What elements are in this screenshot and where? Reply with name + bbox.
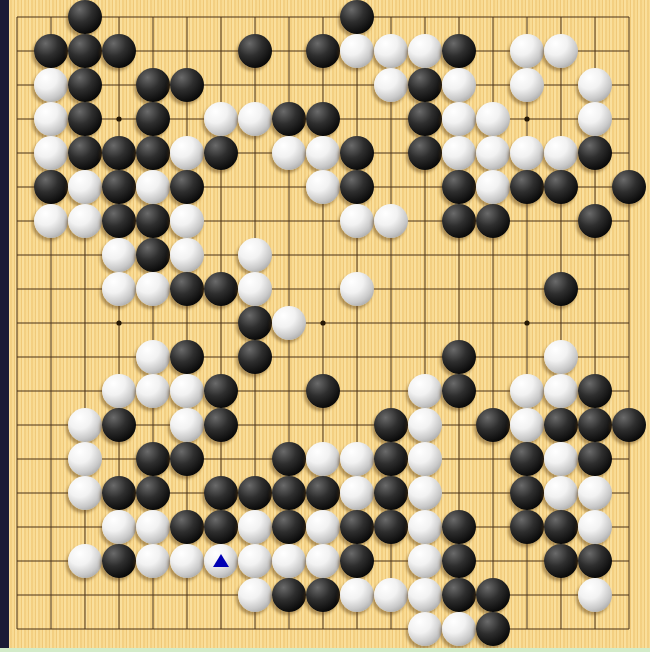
stone-black[interactable]: [544, 170, 578, 204]
stone-black[interactable]: [578, 544, 612, 578]
stone-white[interactable]: [68, 476, 102, 510]
stone-white[interactable]: [68, 544, 102, 578]
stone-black[interactable]: [272, 442, 306, 476]
stone-black[interactable]: [408, 68, 442, 102]
stone-white[interactable]: [238, 102, 272, 136]
stone-black[interactable]: [102, 34, 136, 68]
stone-black[interactable]: [102, 408, 136, 442]
stone-white[interactable]: [68, 408, 102, 442]
stone-black[interactable]: [374, 442, 408, 476]
stone-white[interactable]: [272, 544, 306, 578]
stone-white[interactable]: [442, 68, 476, 102]
stone-black[interactable]: [34, 34, 68, 68]
stone-black[interactable]: [204, 408, 238, 442]
last-move-triangle-marker: [213, 554, 229, 567]
stone-white[interactable]: [408, 408, 442, 442]
stone-white[interactable]: [340, 442, 374, 476]
stone-black[interactable]: [68, 68, 102, 102]
stone-white[interactable]: [306, 442, 340, 476]
stone-black[interactable]: [170, 340, 204, 374]
stone-black[interactable]: [102, 204, 136, 238]
stone-white[interactable]: [272, 136, 306, 170]
stone-white[interactable]: [578, 476, 612, 510]
stone-white[interactable]: [510, 374, 544, 408]
stone-white[interactable]: [544, 374, 578, 408]
stone-white[interactable]: [170, 408, 204, 442]
stone-black[interactable]: [204, 272, 238, 306]
stone-white[interactable]: [340, 204, 374, 238]
stone-white[interactable]: [136, 510, 170, 544]
stone-black[interactable]: [442, 170, 476, 204]
stone-black[interactable]: [476, 578, 510, 612]
stone-white[interactable]: [272, 306, 306, 340]
stone-white[interactable]: [306, 510, 340, 544]
stone-white[interactable]: [408, 544, 442, 578]
stone-black[interactable]: [442, 510, 476, 544]
stone-black[interactable]: [170, 442, 204, 476]
stone-white[interactable]: [34, 204, 68, 238]
stone-black[interactable]: [578, 136, 612, 170]
stone-black[interactable]: [510, 442, 544, 476]
stone-white[interactable]: [442, 136, 476, 170]
stone-white[interactable]: [102, 238, 136, 272]
stone-white[interactable]: [408, 442, 442, 476]
stone-white[interactable]: [136, 170, 170, 204]
stone-black[interactable]: [374, 476, 408, 510]
stone-white[interactable]: [102, 510, 136, 544]
stone-white[interactable]: [476, 102, 510, 136]
stone-black[interactable]: [408, 102, 442, 136]
stone-black[interactable]: [204, 510, 238, 544]
stone-white[interactable]: [374, 34, 408, 68]
stone-white[interactable]: [442, 612, 476, 646]
stone-black[interactable]: [578, 408, 612, 442]
stone-black[interactable]: [272, 476, 306, 510]
stone-white[interactable]: [578, 68, 612, 102]
stone-white[interactable]: [170, 544, 204, 578]
stone-black[interactable]: [68, 34, 102, 68]
stone-black[interactable]: [306, 102, 340, 136]
stone-black[interactable]: [476, 612, 510, 646]
stone-white[interactable]: [136, 272, 170, 306]
stone-white[interactable]: [374, 68, 408, 102]
stone-white[interactable]: [340, 578, 374, 612]
stone-white[interactable]: [510, 408, 544, 442]
stone-white[interactable]: [34, 68, 68, 102]
stone-black[interactable]: [306, 34, 340, 68]
stone-white[interactable]: [578, 510, 612, 544]
stone-black[interactable]: [102, 476, 136, 510]
stone-white[interactable]: [544, 34, 578, 68]
stone-layer: [0, 0, 650, 652]
stone-black[interactable]: [544, 544, 578, 578]
stone-white[interactable]: [204, 102, 238, 136]
stone-black[interactable]: [102, 544, 136, 578]
stone-black[interactable]: [136, 102, 170, 136]
stone-white[interactable]: [68, 442, 102, 476]
stone-black[interactable]: [340, 510, 374, 544]
stone-black[interactable]: [306, 578, 340, 612]
stone-black[interactable]: [544, 510, 578, 544]
stone-black[interactable]: [442, 204, 476, 238]
stone-white[interactable]: [238, 544, 272, 578]
stone-black[interactable]: [510, 170, 544, 204]
stone-white[interactable]: [476, 136, 510, 170]
stone-white[interactable]: [170, 204, 204, 238]
stone-black[interactable]: [340, 170, 374, 204]
stone-black[interactable]: [238, 476, 272, 510]
stone-black[interactable]: [102, 170, 136, 204]
stone-white[interactable]: [306, 544, 340, 578]
stone-black[interactable]: [578, 374, 612, 408]
stone-white[interactable]: [408, 578, 442, 612]
stone-white[interactable]: [578, 102, 612, 136]
stone-white[interactable]: [306, 170, 340, 204]
stone-white[interactable]: [340, 476, 374, 510]
stone-black[interactable]: [204, 374, 238, 408]
stone-white[interactable]: [238, 578, 272, 612]
stone-white[interactable]: [34, 102, 68, 136]
stone-black[interactable]: [340, 544, 374, 578]
stone-white[interactable]: [238, 238, 272, 272]
stone-black[interactable]: [102, 136, 136, 170]
stone-white[interactable]: [544, 476, 578, 510]
stone-black[interactable]: [68, 102, 102, 136]
stone-black[interactable]: [68, 0, 102, 34]
stone-black[interactable]: [204, 476, 238, 510]
stone-black[interactable]: [442, 544, 476, 578]
stone-black[interactable]: [578, 204, 612, 238]
go-board[interactable]: [0, 0, 650, 652]
stone-white[interactable]: [204, 544, 238, 578]
stone-black[interactable]: [306, 374, 340, 408]
stone-black[interactable]: [612, 408, 646, 442]
stone-white[interactable]: [408, 510, 442, 544]
stone-white[interactable]: [476, 170, 510, 204]
stone-white[interactable]: [408, 34, 442, 68]
stone-black[interactable]: [340, 0, 374, 34]
stone-white[interactable]: [102, 374, 136, 408]
stone-white[interactable]: [510, 68, 544, 102]
stone-black[interactable]: [612, 170, 646, 204]
stone-black[interactable]: [544, 272, 578, 306]
stone-white[interactable]: [238, 272, 272, 306]
stone-black[interactable]: [442, 340, 476, 374]
stone-white[interactable]: [34, 136, 68, 170]
stone-white[interactable]: [442, 102, 476, 136]
stone-black[interactable]: [136, 68, 170, 102]
stone-black[interactable]: [374, 408, 408, 442]
stone-black[interactable]: [170, 510, 204, 544]
stone-black[interactable]: [510, 510, 544, 544]
stone-black[interactable]: [170, 170, 204, 204]
stone-black[interactable]: [136, 442, 170, 476]
stone-white[interactable]: [510, 34, 544, 68]
window-bottom-edge-strip: [0, 648, 650, 652]
stone-white[interactable]: [544, 136, 578, 170]
stone-black[interactable]: [476, 408, 510, 442]
stone-white[interactable]: [136, 340, 170, 374]
stone-black[interactable]: [476, 204, 510, 238]
stone-black[interactable]: [272, 578, 306, 612]
stone-black[interactable]: [238, 306, 272, 340]
stone-black[interactable]: [34, 170, 68, 204]
stone-white[interactable]: [170, 238, 204, 272]
stone-white[interactable]: [68, 204, 102, 238]
stone-black[interactable]: [544, 408, 578, 442]
stone-white[interactable]: [544, 442, 578, 476]
stone-white[interactable]: [340, 34, 374, 68]
stone-white[interactable]: [136, 374, 170, 408]
stone-white[interactable]: [408, 612, 442, 646]
stone-white[interactable]: [408, 476, 442, 510]
stone-white[interactable]: [238, 510, 272, 544]
stone-white[interactable]: [170, 136, 204, 170]
stone-black[interactable]: [442, 578, 476, 612]
stone-black[interactable]: [340, 136, 374, 170]
stone-black[interactable]: [238, 34, 272, 68]
stone-black[interactable]: [136, 136, 170, 170]
stone-white[interactable]: [578, 578, 612, 612]
stone-black[interactable]: [136, 204, 170, 238]
stone-black[interactable]: [374, 510, 408, 544]
stone-white[interactable]: [170, 374, 204, 408]
stone-white[interactable]: [374, 204, 408, 238]
stone-black[interactable]: [136, 476, 170, 510]
stone-black[interactable]: [136, 238, 170, 272]
stone-black[interactable]: [68, 136, 102, 170]
stone-white[interactable]: [510, 136, 544, 170]
stone-black[interactable]: [170, 68, 204, 102]
stone-white[interactable]: [102, 272, 136, 306]
stone-black[interactable]: [578, 442, 612, 476]
stone-black[interactable]: [408, 136, 442, 170]
stone-black[interactable]: [272, 102, 306, 136]
stone-black[interactable]: [510, 476, 544, 510]
stone-white[interactable]: [408, 374, 442, 408]
stone-white[interactable]: [68, 170, 102, 204]
stone-black[interactable]: [306, 476, 340, 510]
stone-black[interactable]: [170, 272, 204, 306]
stone-white[interactable]: [340, 272, 374, 306]
stone-black[interactable]: [442, 374, 476, 408]
stone-white[interactable]: [544, 340, 578, 374]
stone-black[interactable]: [442, 34, 476, 68]
stone-black[interactable]: [272, 510, 306, 544]
stone-white[interactable]: [136, 544, 170, 578]
stone-black[interactable]: [204, 136, 238, 170]
stone-black[interactable]: [238, 340, 272, 374]
stone-white[interactable]: [306, 136, 340, 170]
stone-white[interactable]: [374, 578, 408, 612]
